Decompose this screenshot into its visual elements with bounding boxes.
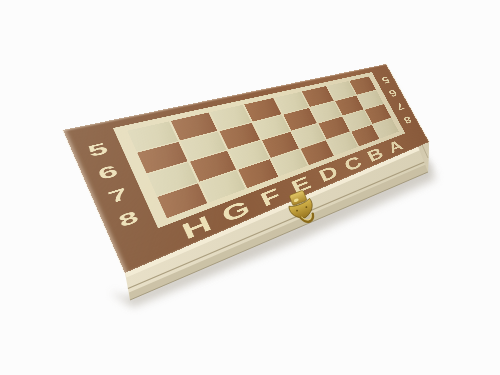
clasp-layer bbox=[0, 0, 500, 375]
product-photo-stage: H G F E D C B A 5 6 7 8 5 6 7 8 bbox=[0, 0, 500, 375]
clasp-latch bbox=[285, 189, 318, 227]
